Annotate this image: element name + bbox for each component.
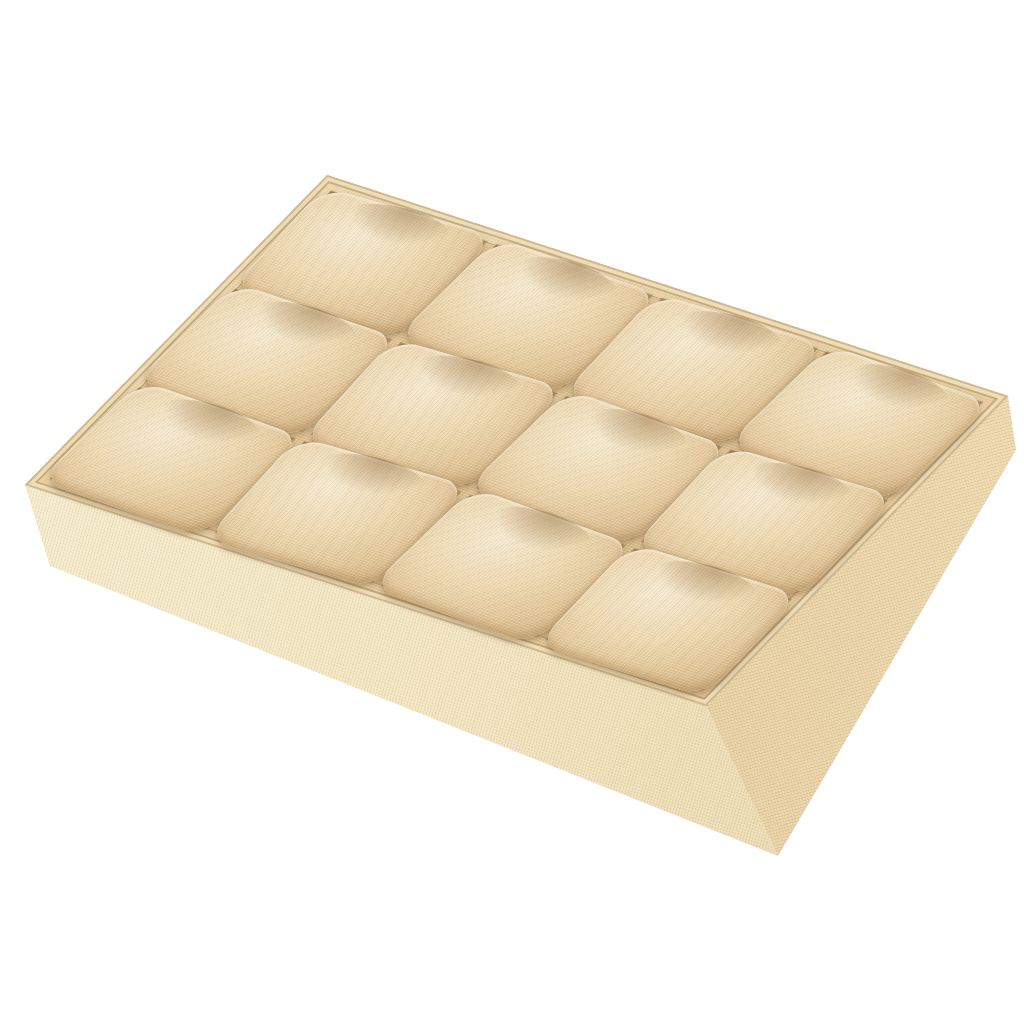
pillow-dimple — [332, 195, 463, 256]
pillow-dimple — [664, 302, 795, 364]
pillow-dimple — [502, 247, 631, 312]
pillow-dimple — [833, 355, 962, 420]
product-photo — [0, 0, 1024, 1024]
